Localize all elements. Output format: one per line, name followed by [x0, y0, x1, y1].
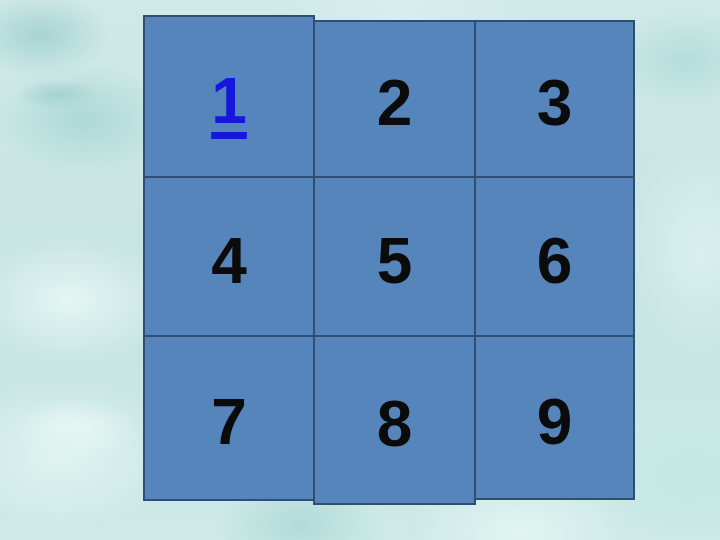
cell-9[interactable]: 9 — [474, 335, 635, 500]
cell-6-label: 6 — [537, 229, 573, 293]
cell-3-label: 3 — [537, 71, 573, 135]
cell-9-label: 9 — [537, 390, 573, 454]
water-background: 1 2 3 4 5 6 7 8 9 — [0, 0, 720, 540]
cell-1[interactable]: 1 — [143, 15, 315, 178]
cell-5-label: 5 — [377, 229, 413, 293]
cell-7[interactable]: 7 — [143, 335, 315, 501]
cell-8-label: 8 — [377, 392, 413, 456]
cell-7-label: 7 — [211, 390, 247, 454]
cell-4-label: 4 — [211, 229, 247, 293]
cell-5[interactable]: 5 — [313, 176, 476, 337]
cell-2-label: 2 — [377, 71, 413, 135]
cell-2[interactable]: 2 — [313, 20, 476, 178]
cell-4[interactable]: 4 — [143, 176, 315, 337]
cell-1-label: 1 — [211, 69, 247, 133]
cell-3[interactable]: 3 — [474, 20, 635, 178]
cell-8[interactable]: 8 — [313, 335, 476, 505]
cell-6[interactable]: 6 — [474, 176, 635, 337]
